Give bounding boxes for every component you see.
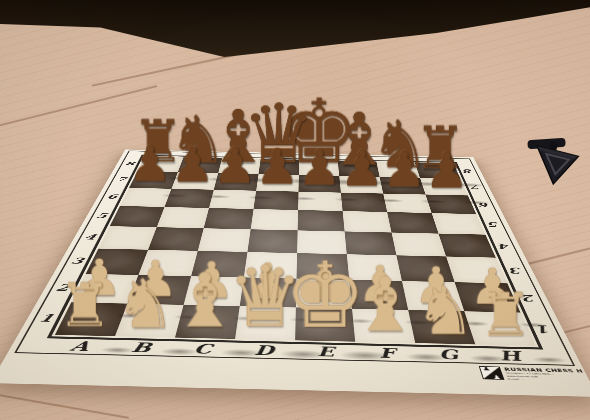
square-f8[interactable] <box>338 161 380 177</box>
square-b8[interactable] <box>178 157 222 173</box>
square-g6[interactable] <box>383 194 431 213</box>
file-label-f: F <box>378 345 396 362</box>
square-e2[interactable] <box>296 279 352 309</box>
black-triangle-object <box>521 125 589 191</box>
square-f5[interactable] <box>343 211 392 232</box>
square-b2[interactable] <box>127 275 191 305</box>
square-c5[interactable] <box>204 208 254 229</box>
square-h5[interactable] <box>432 213 486 235</box>
square-a8[interactable] <box>137 156 183 172</box>
square-d1[interactable] <box>235 306 296 340</box>
square-c1[interactable] <box>175 305 240 339</box>
square-f2[interactable] <box>349 280 408 310</box>
file-label-e: E <box>317 343 335 359</box>
file-label-d: D <box>254 342 275 358</box>
file-label-g: G <box>437 346 460 363</box>
square-a5[interactable] <box>110 206 165 227</box>
square-h8[interactable] <box>415 162 460 178</box>
square-b5[interactable] <box>157 207 209 228</box>
square-d8[interactable] <box>259 159 300 175</box>
square-g5[interactable] <box>387 212 438 234</box>
square-c3[interactable] <box>191 251 247 278</box>
square-b1[interactable] <box>115 304 184 338</box>
file-label-c: C <box>192 340 213 356</box>
square-e1[interactable] <box>295 307 355 341</box>
square-e6[interactable] <box>298 192 343 211</box>
square-a4[interactable] <box>98 226 156 250</box>
square-h7[interactable] <box>420 178 468 196</box>
square-d3[interactable] <box>244 252 297 279</box>
square-c2[interactable] <box>184 276 244 306</box>
photo-scene: ABCDEFGH8765432187654321 RUSSIAN CHESS H… <box>0 0 590 420</box>
square-d6[interactable] <box>254 191 299 210</box>
square-f6[interactable] <box>341 193 387 212</box>
square-c6[interactable] <box>209 190 256 209</box>
square-g3[interactable] <box>396 255 454 282</box>
square-d4[interactable] <box>247 229 297 253</box>
square-g8[interactable] <box>376 162 420 178</box>
square-b6[interactable] <box>164 189 213 208</box>
brand-logo-icon <box>479 366 505 380</box>
square-e4[interactable] <box>297 230 347 254</box>
square-f3[interactable] <box>347 254 402 281</box>
square-e8[interactable] <box>299 160 339 176</box>
square-c4[interactable] <box>198 228 251 252</box>
square-e5[interactable] <box>298 210 345 231</box>
square-f4[interactable] <box>345 231 397 255</box>
square-b4[interactable] <box>148 227 204 251</box>
square-h6[interactable] <box>426 195 477 215</box>
square-d2[interactable] <box>240 277 297 307</box>
square-c8[interactable] <box>218 158 261 174</box>
square-b3[interactable] <box>138 250 197 276</box>
square-e3[interactable] <box>297 253 350 280</box>
square-d5[interactable] <box>251 209 298 230</box>
square-a7[interactable] <box>129 171 178 188</box>
square-f1[interactable] <box>352 309 415 343</box>
square-g4[interactable] <box>392 233 447 257</box>
square-a6[interactable] <box>120 188 172 207</box>
